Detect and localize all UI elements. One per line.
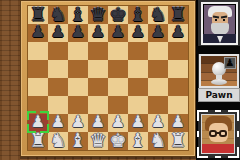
white-pawn-piece: ♟ [111,113,125,131]
white-queen-piece: ♛ [89,131,106,149]
white-bishop-piece: ♝ [69,131,86,149]
square-d1[interactable]: ♛ [88,132,108,150]
square-b1[interactable]: ♞ [48,132,68,150]
black-bishop-piece: ♝ [69,5,86,23]
sidebar-separator [196,158,240,160]
square-c3[interactable] [68,96,88,114]
white-pawn-piece: ♟ [31,113,45,131]
player-portrait-selected [197,110,239,158]
square-h5[interactable] [168,60,188,78]
square-a1[interactable]: ♜ [28,132,48,150]
square-d7[interactable]: ♟ [88,24,108,42]
square-a2[interactable]: ♟ [28,114,48,132]
square-a5[interactable] [28,60,48,78]
square-a3[interactable] [28,96,48,114]
square-c8[interactable]: ♝ [68,6,88,24]
sidebar-separator [196,46,240,54]
square-h2[interactable]: ♟ [168,114,188,132]
square-g6[interactable] [148,42,168,60]
black-pawn-piece: ♟ [71,23,85,41]
square-f2[interactable]: ♟ [128,114,148,132]
white-rook-piece: ♜ [169,131,186,149]
square-b4[interactable] [48,78,68,96]
square-h4[interactable] [168,78,188,96]
square-f5[interactable] [128,60,148,78]
white-pawn-piece: ♟ [131,113,145,131]
square-c5[interactable] [68,60,88,78]
white-pawn-piece: ♟ [51,113,65,131]
white-knight-piece: ♞ [49,131,66,149]
sidebar: ♟ Pawn [196,0,240,160]
selected-piece-label: Pawn [199,89,239,101]
square-f8[interactable]: ♝ [128,6,148,24]
square-a6[interactable] [28,42,48,60]
black-pawn-piece: ♟ [151,23,165,41]
white-pawn-piece: ♟ [171,113,185,131]
square-b3[interactable] [48,96,68,114]
black-pawn-piece: ♟ [51,23,65,41]
square-a4[interactable] [28,78,48,96]
black-rook-piece: ♜ [29,5,46,23]
square-f6[interactable] [128,42,148,60]
white-pawn-piece: ♟ [71,113,85,131]
square-g8[interactable]: ♞ [148,6,168,24]
square-b8[interactable]: ♞ [48,6,68,24]
square-c7[interactable]: ♟ [68,24,88,42]
sidebar-separator [196,101,240,110]
square-h8[interactable]: ♜ [168,6,188,24]
square-d8[interactable]: ♛ [88,6,108,24]
white-knight-piece: ♞ [149,131,166,149]
square-h6[interactable] [168,42,188,60]
square-a8[interactable]: ♜ [28,6,48,24]
white-pawn-piece: ♟ [91,113,105,131]
square-c6[interactable] [68,42,88,60]
square-h3[interactable] [168,96,188,114]
black-rook-piece: ♜ [169,5,186,23]
square-b7[interactable]: ♟ [48,24,68,42]
white-rook-piece: ♜ [29,131,46,149]
square-c2[interactable]: ♟ [68,114,88,132]
white-pawn-piece: ♟ [151,113,165,131]
chess-game-screen: ♜♞♝♛♚♝♞♜♟♟♟♟♟♟♟♟♟♟♟♟♟♟♟♟♜♞♝♛♚♝♞♜ [0,0,240,160]
square-g5[interactable] [148,60,168,78]
square-d6[interactable] [88,42,108,60]
square-b6[interactable] [48,42,68,60]
glasses-icon [219,130,227,137]
white-king-piece: ♚ [109,131,126,149]
square-h7[interactable]: ♟ [168,24,188,42]
square-e3[interactable] [108,96,128,114]
black-bishop-piece: ♝ [129,5,146,23]
black-pawn-icon: ♟ [224,57,236,69]
square-e4[interactable] [108,78,128,96]
black-pawn-piece: ♟ [171,23,185,41]
square-e8[interactable]: ♚ [108,6,128,24]
black-pawn-piece: ♟ [31,23,45,41]
black-pawn-piece: ♟ [111,23,125,41]
square-e2[interactable]: ♟ [108,114,128,132]
square-d2[interactable]: ♟ [88,114,108,132]
chess-board[interactable]: ♜♞♝♛♚♝♞♜♟♟♟♟♟♟♟♟♟♟♟♟♟♟♟♟♜♞♝♛♚♝♞♜ [28,6,188,150]
square-d5[interactable] [88,60,108,78]
square-d4[interactable] [88,78,108,96]
square-h1[interactable]: ♜ [168,132,188,150]
square-b2[interactable]: ♟ [48,114,68,132]
square-f7[interactable]: ♟ [128,24,148,42]
square-e5[interactable] [108,60,128,78]
black-queen-piece: ♛ [89,5,106,23]
square-g3[interactable] [148,96,168,114]
black-pawn-piece: ♟ [131,23,145,41]
square-c4[interactable] [68,78,88,96]
selected-piece-preview: ♟ [199,54,239,88]
opponent-portrait [201,2,238,45]
black-knight-piece: ♞ [149,5,166,23]
square-f4[interactable] [128,78,148,96]
square-f1[interactable]: ♝ [128,132,148,150]
square-g7[interactable]: ♟ [148,24,168,42]
square-e7[interactable]: ♟ [108,24,128,42]
black-pawn-piece: ♟ [91,23,105,41]
square-c1[interactable]: ♝ [68,132,88,150]
white-bishop-piece: ♝ [129,131,146,149]
square-e6[interactable] [108,42,128,60]
square-a7[interactable]: ♟ [28,24,48,42]
square-f3[interactable] [128,96,148,114]
black-knight-piece: ♞ [49,5,66,23]
square-d3[interactable] [88,96,108,114]
black-king-piece: ♚ [109,5,126,23]
square-g1[interactable]: ♞ [148,132,168,150]
square-e1[interactable]: ♚ [108,132,128,150]
square-b5[interactable] [48,60,68,78]
player-portrait [201,114,235,154]
square-g4[interactable] [148,78,168,96]
player-shirt [202,144,234,153]
square-g2[interactable]: ♟ [148,114,168,132]
